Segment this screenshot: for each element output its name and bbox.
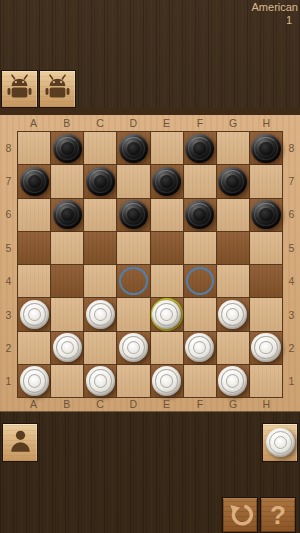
square-g1[interactable] (217, 365, 249, 397)
square-c8[interactable] (84, 132, 116, 164)
square-e5[interactable] (151, 232, 183, 264)
black-man-c7[interactable] (86, 167, 115, 196)
rank-label-5: 5 (0, 231, 17, 264)
ai-player-right-button[interactable] (39, 70, 76, 108)
square-b1[interactable] (51, 365, 83, 397)
square-c4[interactable] (84, 265, 116, 297)
square-b7[interactable] (51, 165, 83, 197)
square-h7[interactable] (250, 165, 282, 197)
square-f6[interactable] (184, 199, 216, 231)
square-d8[interactable] (117, 132, 149, 164)
black-man-e7[interactable] (152, 167, 181, 196)
square-f5[interactable] (184, 232, 216, 264)
white-man-e3[interactable] (152, 300, 181, 329)
rank-label-2: 2 (283, 331, 300, 364)
square-a5[interactable] (18, 232, 50, 264)
move-hint-d4[interactable] (119, 267, 147, 295)
square-d6[interactable] (117, 199, 149, 231)
square-h2[interactable] (250, 332, 282, 364)
square-a1[interactable] (18, 365, 50, 397)
file-label-a: A (17, 115, 50, 131)
status-area: American 1 (252, 1, 298, 27)
square-c3[interactable] (84, 298, 116, 330)
white-man-g1[interactable] (218, 366, 247, 395)
square-b5[interactable] (51, 232, 83, 264)
question-mark-icon: ? (270, 502, 286, 528)
white-side-button[interactable] (262, 423, 298, 462)
square-a6[interactable] (18, 199, 50, 231)
android-robot-icon (5, 72, 34, 106)
file-label-a: A (17, 397, 50, 411)
square-b2[interactable] (51, 332, 83, 364)
file-label-g: G (217, 115, 250, 131)
square-c5[interactable] (84, 232, 116, 264)
rank-label-5: 5 (283, 231, 300, 264)
human-player-button[interactable] (2, 423, 38, 462)
white-man-a1[interactable] (20, 366, 49, 395)
square-g5[interactable] (217, 232, 249, 264)
square-d7[interactable] (117, 165, 149, 197)
white-man-h2[interactable] (251, 333, 280, 362)
white-man-f2[interactable] (185, 333, 214, 362)
checkers-app-screen: American 1 (0, 0, 300, 533)
black-man-d8[interactable] (119, 134, 148, 163)
square-b4[interactable] (51, 265, 83, 297)
person-icon (7, 426, 34, 460)
square-f4[interactable] (184, 265, 216, 297)
file-label-c: C (84, 115, 117, 131)
rank-label-6: 6 (283, 198, 300, 231)
square-h3[interactable] (250, 298, 282, 330)
ai-player-left-button[interactable] (1, 70, 38, 108)
square-h4[interactable] (250, 265, 282, 297)
rank-label-8: 8 (283, 131, 300, 164)
square-a8[interactable] (18, 132, 50, 164)
rank-labels-right: 87654321 (283, 131, 300, 398)
square-c6[interactable] (84, 199, 116, 231)
file-label-d: D (117, 115, 150, 131)
board-grid (17, 131, 283, 398)
rank-label-8: 8 (0, 131, 17, 164)
rank-label-7: 7 (0, 164, 17, 197)
rank-label-4: 4 (283, 265, 300, 298)
ai-buttons-row (1, 70, 76, 108)
square-g7[interactable] (217, 165, 249, 197)
file-label-h: H (250, 397, 283, 411)
rank-label-6: 6 (0, 198, 17, 231)
square-d4[interactable] (117, 265, 149, 297)
square-a3[interactable] (18, 298, 50, 330)
square-f3[interactable] (184, 298, 216, 330)
square-h6[interactable] (250, 199, 282, 231)
help-button[interactable]: ? (260, 497, 296, 533)
checkers-board: ABCDEFGH 87654321 87654321 ABCDEFGH (0, 108, 300, 412)
square-e2[interactable] (151, 332, 183, 364)
file-label-h: H (250, 115, 283, 131)
undo-button[interactable] (222, 497, 258, 533)
square-e3[interactable] (151, 298, 183, 330)
rank-label-7: 7 (283, 164, 300, 197)
board-frame: ABCDEFGH 87654321 87654321 ABCDEFGH (0, 115, 300, 412)
black-man-d6[interactable] (119, 200, 148, 229)
square-c7[interactable] (84, 165, 116, 197)
square-g3[interactable] (217, 298, 249, 330)
undo-arrow-icon (226, 500, 254, 531)
rank-label-4: 4 (0, 265, 17, 298)
rank-label-1: 1 (283, 365, 300, 398)
black-man-b6[interactable] (53, 200, 82, 229)
black-man-h8[interactable] (251, 134, 280, 163)
square-e1[interactable] (151, 365, 183, 397)
white-man-d2[interactable] (119, 333, 148, 362)
square-a4[interactable] (18, 265, 50, 297)
android-robot-icon (43, 72, 72, 106)
black-man-b8[interactable] (53, 134, 82, 163)
file-label-b: B (50, 397, 83, 411)
rank-labels-left: 87654321 (0, 131, 17, 398)
white-man-g3[interactable] (218, 300, 247, 329)
white-man-b2[interactable] (53, 333, 82, 362)
rank-label-3: 3 (283, 298, 300, 331)
square-g8[interactable] (217, 132, 249, 164)
file-labels-top: ABCDEFGH (17, 115, 283, 131)
square-d5[interactable] (117, 232, 149, 264)
square-h1[interactable] (250, 365, 282, 397)
black-man-h6[interactable] (251, 200, 280, 229)
white-man-c3[interactable] (86, 300, 115, 329)
white-checker-icon (266, 428, 295, 457)
white-man-a3[interactable] (20, 300, 49, 329)
square-h8[interactable] (250, 132, 282, 164)
square-g4[interactable] (217, 265, 249, 297)
board-top-shadow (0, 108, 300, 115)
square-b6[interactable] (51, 199, 83, 231)
black-man-f6[interactable] (185, 200, 214, 229)
square-b8[interactable] (51, 132, 83, 164)
square-e7[interactable] (151, 165, 183, 197)
square-d1[interactable] (117, 365, 149, 397)
file-label-c: C (84, 397, 117, 411)
square-h5[interactable] (250, 232, 282, 264)
black-man-a7[interactable] (20, 167, 49, 196)
square-f7[interactable] (184, 165, 216, 197)
white-man-c1[interactable] (86, 366, 115, 395)
square-d3[interactable] (117, 298, 149, 330)
file-label-b: B (50, 115, 83, 131)
move-hint-f4[interactable] (186, 267, 214, 295)
square-a7[interactable] (18, 165, 50, 197)
square-c2[interactable] (84, 332, 116, 364)
rank-label-2: 2 (0, 331, 17, 364)
file-label-d: D (117, 397, 150, 411)
square-f1[interactable] (184, 365, 216, 397)
rank-label-3: 3 (0, 298, 17, 331)
square-e8[interactable] (151, 132, 183, 164)
square-e4[interactable] (151, 265, 183, 297)
file-label-g: G (217, 397, 250, 411)
white-man-e1[interactable] (152, 366, 181, 395)
variant-label: American (252, 1, 298, 14)
square-d2[interactable] (117, 332, 149, 364)
square-g2[interactable] (217, 332, 249, 364)
file-label-f: F (183, 397, 216, 411)
file-label-e: E (150, 115, 183, 131)
square-a2[interactable] (18, 332, 50, 364)
black-man-f8[interactable] (185, 134, 214, 163)
file-labels-bottom: ABCDEFGH (17, 397, 283, 411)
square-f2[interactable] (184, 332, 216, 364)
rank-label-1: 1 (0, 365, 17, 398)
square-f8[interactable] (184, 132, 216, 164)
file-label-f: F (183, 115, 216, 131)
square-g6[interactable] (217, 199, 249, 231)
move-number: 1 (252, 14, 298, 27)
square-c1[interactable] (84, 365, 116, 397)
square-e6[interactable] (151, 199, 183, 231)
square-b3[interactable] (51, 298, 83, 330)
file-label-e: E (150, 397, 183, 411)
black-man-g7[interactable] (218, 167, 247, 196)
